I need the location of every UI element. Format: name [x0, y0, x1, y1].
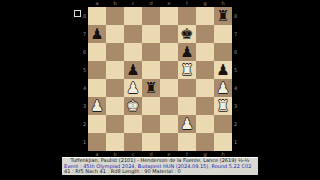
rank-label-2: 2	[232, 115, 239, 133]
file-label-e: e	[160, 0, 178, 7]
square-g4[interactable]	[196, 79, 214, 97]
piece-white-pawn[interactable]: ♟	[178, 115, 196, 133]
square-g2[interactable]	[196, 115, 214, 133]
square-f3[interactable]	[178, 97, 196, 115]
piece-white-pawn[interactable]: ♟	[124, 79, 142, 97]
square-b5[interactable]	[106, 61, 124, 79]
square-b2[interactable]	[106, 115, 124, 133]
rank-label-3: 3	[232, 97, 239, 115]
square-a8[interactable]	[88, 7, 106, 25]
rank-label-8: 8	[81, 7, 88, 25]
square-b8[interactable]	[106, 7, 124, 25]
square-d2[interactable]	[142, 115, 160, 133]
square-f5[interactable]: ♜	[178, 61, 196, 79]
rank-label-5: 5	[232, 61, 239, 79]
square-h3[interactable]: ♜	[214, 97, 232, 115]
rank-label-8: 8	[232, 7, 239, 25]
square-f4[interactable]	[178, 79, 196, 97]
piece-black-pawn[interactable]: ♟	[178, 43, 196, 61]
piece-black-rook[interactable]: ♜	[142, 79, 160, 97]
rank-label-5: 5	[81, 61, 88, 79]
file-label-c: c	[124, 0, 142, 7]
square-c4[interactable]: ♟	[124, 79, 142, 97]
rank-label-6: 6	[232, 43, 239, 61]
piece-white-king[interactable]: ♚	[124, 97, 142, 115]
board[interactable]: ♜♟♚♟♟♜♟♟♜♟♟♚♜♟	[88, 7, 232, 151]
rank-label-3: 3	[81, 97, 88, 115]
square-a6[interactable]	[88, 43, 106, 61]
chess-diagram: abcdefgh 87654321 ♜♟♚♟♟♜♟♟♜♟♟♚♜♟ 8765432…	[0, 0, 320, 180]
rank-labels-right: 87654321	[232, 7, 239, 151]
square-f1[interactable]	[178, 133, 196, 151]
file-labels-top: abcdefgh	[88, 0, 239, 7]
piece-black-pawn[interactable]: ♟	[214, 61, 232, 79]
caption-bar: Tuffenkjian, Paulist (2101) - Henderson …	[62, 157, 258, 175]
rank-label-7: 7	[81, 25, 88, 43]
square-f8[interactable]	[178, 7, 196, 25]
square-e2[interactable]	[160, 115, 178, 133]
square-e4[interactable]	[160, 79, 178, 97]
square-f6[interactable]: ♟	[178, 43, 196, 61]
move-info-line: 41 : Rf5 Nach 41 : Rd8 Length : 90 Mater…	[62, 169, 258, 175]
square-d6[interactable]	[142, 43, 160, 61]
square-a4[interactable]	[88, 79, 106, 97]
file-label-h: h	[214, 0, 232, 7]
square-d4[interactable]: ♜	[142, 79, 160, 97]
rank-label-2: 2	[81, 115, 88, 133]
square-c3[interactable]: ♚	[124, 97, 142, 115]
square-h1[interactable]	[214, 133, 232, 151]
file-label-g: g	[196, 0, 214, 7]
piece-black-rook[interactable]: ♜	[214, 7, 232, 25]
piece-white-pawn[interactable]: ♟	[214, 79, 232, 97]
square-g7[interactable]	[196, 25, 214, 43]
square-a5[interactable]	[88, 61, 106, 79]
file-label-b: b	[106, 0, 124, 7]
square-c1[interactable]	[124, 133, 142, 151]
square-h4[interactable]: ♟	[214, 79, 232, 97]
square-c8[interactable]	[124, 7, 142, 25]
square-e5[interactable]	[160, 61, 178, 79]
square-b3[interactable]	[106, 97, 124, 115]
rank-label-6: 6	[81, 43, 88, 61]
square-h6[interactable]	[214, 43, 232, 61]
square-g8[interactable]	[196, 7, 214, 25]
square-a1[interactable]	[88, 133, 106, 151]
square-d3[interactable]	[142, 97, 160, 115]
rank-label-1: 1	[232, 133, 239, 151]
square-h5[interactable]: ♟	[214, 61, 232, 79]
square-b4[interactable]	[106, 79, 124, 97]
square-c6[interactable]	[124, 43, 142, 61]
square-h2[interactable]	[214, 115, 232, 133]
square-e6[interactable]	[160, 43, 178, 61]
square-c7[interactable]	[124, 25, 142, 43]
piece-white-rook[interactable]: ♜	[178, 61, 196, 79]
rank-label-7: 7	[232, 25, 239, 43]
square-d5[interactable]	[142, 61, 160, 79]
square-a7[interactable]: ♟	[88, 25, 106, 43]
square-e3[interactable]	[160, 97, 178, 115]
square-e1[interactable]	[160, 133, 178, 151]
square-c2[interactable]	[124, 115, 142, 133]
square-g6[interactable]	[196, 43, 214, 61]
square-h7[interactable]	[214, 25, 232, 43]
square-g1[interactable]	[196, 133, 214, 151]
file-label-a: a	[88, 0, 106, 7]
piece-black-pawn[interactable]: ♟	[124, 61, 142, 79]
square-a3[interactable]: ♟	[88, 97, 106, 115]
square-g5[interactable]	[196, 61, 214, 79]
square-c5[interactable]: ♟	[124, 61, 142, 79]
square-g3[interactable]	[196, 97, 214, 115]
file-label-f: f	[178, 0, 196, 7]
piece-white-rook[interactable]: ♜	[214, 97, 232, 115]
rank-label-4: 4	[81, 79, 88, 97]
piece-white-pawn[interactable]: ♟	[88, 97, 106, 115]
square-b1[interactable]	[106, 133, 124, 151]
piece-black-pawn[interactable]: ♟	[88, 25, 106, 43]
file-label-d: d	[142, 0, 160, 7]
square-b7[interactable]	[106, 25, 124, 43]
rank-labels-left: 87654321	[81, 7, 88, 151]
side-to-move-indicator	[74, 10, 81, 17]
square-d7[interactable]	[142, 25, 160, 43]
piece-black-king[interactable]: ♚	[178, 25, 196, 43]
square-a2[interactable]	[88, 115, 106, 133]
board-area: abcdefgh 87654321 ♜♟♚♟♟♜♟♟♜♟♟♚♜♟ 8765432…	[81, 0, 239, 157]
square-f7[interactable]: ♚	[178, 25, 196, 43]
square-e8[interactable]	[160, 7, 178, 25]
square-d8[interactable]	[142, 7, 160, 25]
rank-label-4: 4	[232, 79, 239, 97]
square-e7[interactable]	[160, 25, 178, 43]
square-d1[interactable]	[142, 133, 160, 151]
square-f2[interactable]: ♟	[178, 115, 196, 133]
rank-label-1: 1	[81, 133, 88, 151]
square-b6[interactable]	[106, 43, 124, 61]
square-h8[interactable]: ♜	[214, 7, 232, 25]
